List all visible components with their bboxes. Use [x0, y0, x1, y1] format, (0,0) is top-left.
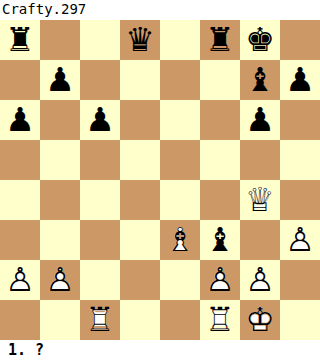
square-h4[interactable]	[280, 180, 320, 220]
square-a7[interactable]	[0, 60, 40, 100]
square-a5[interactable]	[0, 140, 40, 180]
white-pawn[interactable]: ♟♙	[0, 260, 40, 300]
square-c2[interactable]	[80, 260, 120, 300]
square-d1[interactable]	[120, 300, 160, 340]
square-a4[interactable]	[0, 180, 40, 220]
black-pawn[interactable]: ♟	[80, 100, 120, 140]
black-rook[interactable]: ♜	[0, 20, 40, 60]
white-pawn[interactable]: ♟♙	[280, 220, 320, 260]
square-g4[interactable]: ♛♕	[240, 180, 280, 220]
square-h7[interactable]: ♟	[280, 60, 320, 100]
square-g1[interactable]: ♚♔	[240, 300, 280, 340]
square-e7[interactable]	[160, 60, 200, 100]
white-piece-outline: ♕	[240, 180, 280, 220]
square-c8[interactable]	[80, 20, 120, 60]
chess-board: ♜♛♜♚♟♝♟♟♟♟♛♕♝♗♝♟♙♟♙♟♙♟♙♟♙♜♖♜♖♚♔	[0, 20, 320, 340]
square-d8[interactable]: ♛	[120, 20, 160, 60]
square-b6[interactable]	[40, 100, 80, 140]
square-f6[interactable]	[200, 100, 240, 140]
square-a6[interactable]: ♟	[0, 100, 40, 140]
black-bishop[interactable]: ♝	[200, 220, 240, 260]
square-d6[interactable]	[120, 100, 160, 140]
black-pawn[interactable]: ♟	[40, 60, 80, 100]
square-c5[interactable]	[80, 140, 120, 180]
square-e1[interactable]	[160, 300, 200, 340]
square-d2[interactable]	[120, 260, 160, 300]
square-c6[interactable]: ♟	[80, 100, 120, 140]
square-f3[interactable]: ♝	[200, 220, 240, 260]
square-g7[interactable]: ♝	[240, 60, 280, 100]
white-piece-outline: ♙	[0, 260, 40, 300]
square-b7[interactable]: ♟	[40, 60, 80, 100]
white-pawn[interactable]: ♟♙	[240, 260, 280, 300]
square-a2[interactable]: ♟♙	[0, 260, 40, 300]
square-h2[interactable]	[280, 260, 320, 300]
white-piece-outline: ♖	[80, 300, 120, 340]
square-h3[interactable]: ♟♙	[280, 220, 320, 260]
square-g3[interactable]	[240, 220, 280, 260]
square-g5[interactable]	[240, 140, 280, 180]
square-f7[interactable]	[200, 60, 240, 100]
square-e6[interactable]	[160, 100, 200, 140]
square-c3[interactable]	[80, 220, 120, 260]
square-b1[interactable]	[40, 300, 80, 340]
white-piece-outline: ♖	[200, 300, 240, 340]
square-c7[interactable]	[80, 60, 120, 100]
white-rook[interactable]: ♜♖	[80, 300, 120, 340]
window-title: Crafty.297	[0, 0, 320, 20]
black-pawn[interactable]: ♟	[280, 60, 320, 100]
square-e2[interactable]	[160, 260, 200, 300]
black-bishop[interactable]: ♝	[240, 60, 280, 100]
white-pawn[interactable]: ♟♙	[200, 260, 240, 300]
square-h6[interactable]	[280, 100, 320, 140]
square-g8[interactable]: ♚	[240, 20, 280, 60]
square-e3[interactable]: ♝♗	[160, 220, 200, 260]
square-g2[interactable]: ♟♙	[240, 260, 280, 300]
white-piece-outline: ♔	[240, 300, 280, 340]
black-rook[interactable]: ♜	[200, 20, 240, 60]
square-h1[interactable]	[280, 300, 320, 340]
white-king[interactable]: ♚♔	[240, 300, 280, 340]
white-piece-outline: ♙	[200, 260, 240, 300]
square-b5[interactable]	[40, 140, 80, 180]
square-d5[interactable]	[120, 140, 160, 180]
black-queen[interactable]: ♛	[120, 20, 160, 60]
square-f4[interactable]	[200, 180, 240, 220]
square-e8[interactable]	[160, 20, 200, 60]
square-f8[interactable]: ♜	[200, 20, 240, 60]
black-king[interactable]: ♚	[240, 20, 280, 60]
square-b2[interactable]: ♟♙	[40, 260, 80, 300]
white-rook[interactable]: ♜♖	[200, 300, 240, 340]
square-b4[interactable]	[40, 180, 80, 220]
white-piece-outline: ♙	[280, 220, 320, 260]
square-d7[interactable]	[120, 60, 160, 100]
black-pawn[interactable]: ♟	[0, 100, 40, 140]
white-pawn[interactable]: ♟♙	[40, 260, 80, 300]
square-d3[interactable]	[120, 220, 160, 260]
white-piece-outline: ♙	[40, 260, 80, 300]
square-a8[interactable]: ♜	[0, 20, 40, 60]
square-e5[interactable]	[160, 140, 200, 180]
square-f1[interactable]: ♜♖	[200, 300, 240, 340]
white-queen[interactable]: ♛♕	[240, 180, 280, 220]
square-d4[interactable]	[120, 180, 160, 220]
square-f2[interactable]: ♟♙	[200, 260, 240, 300]
square-b3[interactable]	[40, 220, 80, 260]
white-bishop[interactable]: ♝♗	[160, 220, 200, 260]
square-h8[interactable]	[280, 20, 320, 60]
square-c1[interactable]: ♜♖	[80, 300, 120, 340]
black-pawn[interactable]: ♟	[240, 100, 280, 140]
square-f5[interactable]	[200, 140, 240, 180]
white-piece-outline: ♙	[240, 260, 280, 300]
white-piece-outline: ♗	[160, 220, 200, 260]
square-g6[interactable]: ♟	[240, 100, 280, 140]
move-prompt: 1. ?	[0, 340, 320, 360]
square-h5[interactable]	[280, 140, 320, 180]
square-b8[interactable]	[40, 20, 80, 60]
square-a3[interactable]	[0, 220, 40, 260]
square-c4[interactable]	[80, 180, 120, 220]
square-a1[interactable]	[0, 300, 40, 340]
square-e4[interactable]	[160, 180, 200, 220]
